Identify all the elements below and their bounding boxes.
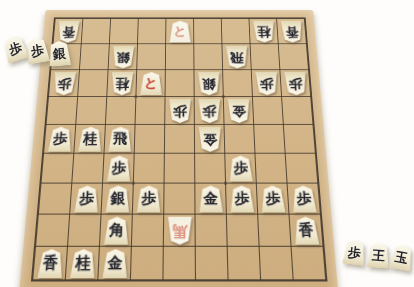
board-cell-3h[interactable] — [227, 215, 260, 247]
board-cell-1e[interactable] — [284, 125, 316, 154]
piece-kanji: 歩 — [30, 43, 45, 58]
board-cell-4a[interactable] — [194, 19, 222, 44]
piece-kanji: 歩 — [141, 191, 156, 205]
board-cell-2h[interactable] — [258, 215, 291, 247]
board-cell-2e[interactable] — [254, 125, 285, 154]
piece-kanji: 銀 — [110, 191, 125, 205]
board-cell-4h[interactable] — [196, 215, 228, 247]
gote-captured-piece-0[interactable]: 歩 — [1, 33, 30, 63]
piece-kanji: 桂 — [115, 78, 129, 91]
piece-kanji: 馬 — [172, 224, 187, 239]
piece-kanji: 歩 — [234, 161, 249, 175]
piece-kanji: 歩 — [57, 78, 71, 91]
piece-kanji: 玉 — [394, 250, 409, 265]
piece-kanji: 歩 — [173, 105, 187, 118]
board-cell-1f[interactable] — [286, 154, 319, 184]
piece-kanji: 香 — [43, 255, 59, 271]
board-cell-1b[interactable] — [279, 44, 309, 70]
piece-kanji: 香 — [298, 222, 314, 237]
piece-kanji: 金 — [204, 191, 219, 205]
sente-captured-piece-0[interactable]: 歩 — [342, 239, 368, 267]
piece-kanji: 金 — [203, 133, 217, 146]
piece-kanji: 歩 — [289, 78, 303, 91]
board-cell-5f[interactable] — [165, 154, 196, 184]
piece-kanji: 歩 — [234, 191, 249, 205]
sente-captured-piece-1[interactable]: 王 — [366, 242, 391, 269]
piece-kanji: 歩 — [53, 131, 68, 144]
board-cell-6f[interactable] — [134, 154, 165, 184]
board-cell-8a[interactable] — [82, 19, 111, 44]
board-cell-4i[interactable] — [196, 247, 229, 280]
board-cell-8h[interactable] — [68, 215, 102, 247]
board-cell-5e[interactable] — [165, 125, 195, 154]
piece-kanji: 歩 — [347, 245, 361, 259]
board-cell-9d[interactable] — [47, 97, 79, 125]
board-cell-6a[interactable] — [138, 19, 166, 44]
board-cell-4f[interactable] — [195, 154, 226, 184]
board-cell-3e[interactable] — [225, 125, 256, 154]
board-cell-5i[interactable] — [163, 247, 196, 280]
board-cell-2f[interactable] — [255, 154, 287, 184]
board-cell-8c[interactable] — [78, 70, 108, 97]
piece-kanji: 飛 — [230, 52, 244, 64]
board-cell-2d[interactable] — [253, 97, 284, 125]
piece-kanji: 金 — [232, 105, 246, 118]
board-cell-3i[interactable] — [228, 247, 261, 280]
board-cell-8b[interactable] — [80, 44, 110, 70]
piece-kanji: と — [174, 25, 187, 37]
board-cell-9g[interactable] — [39, 184, 72, 215]
piece-kanji: 桂 — [75, 255, 91, 271]
piece-kanji: と — [144, 76, 158, 89]
board-cell-2i[interactable] — [260, 247, 294, 280]
board-cell-5b[interactable] — [166, 44, 195, 70]
board-cell-3c[interactable] — [223, 70, 253, 97]
piece-kanji: 歩 — [203, 105, 217, 118]
board-cell-6d[interactable] — [136, 97, 166, 125]
board-cell-3a[interactable] — [222, 19, 251, 44]
piece-kanji: 歩 — [265, 191, 280, 205]
sente-captured-piece-2[interactable]: 玉 — [388, 243, 414, 272]
board-cell-9h[interactable] — [36, 215, 70, 247]
piece-kanji: 歩 — [112, 161, 127, 175]
piece-kanji: 香 — [285, 27, 299, 39]
board-cell-1d[interactable] — [282, 97, 313, 125]
board-cell-5g[interactable] — [164, 184, 195, 215]
piece-kanji: 歩 — [260, 78, 274, 91]
board-cell-6e[interactable] — [135, 125, 166, 154]
board-cell-8d[interactable] — [76, 97, 107, 125]
piece-kanji: 歩 — [7, 40, 23, 56]
piece-kanji: 桂 — [83, 131, 98, 144]
board-cell-6h[interactable] — [132, 215, 164, 247]
board-grid: 香と桂香銀飛歩桂と銀歩歩歩歩金歩桂飛金歩歩歩銀歩金歩歩歩角馬香香桂金 — [31, 17, 328, 281]
board-cell-4b[interactable] — [194, 44, 223, 70]
piece-kanji: 歩 — [296, 191, 312, 205]
board-cell-1i[interactable] — [292, 247, 327, 280]
piece-kanji: 桂 — [257, 27, 271, 39]
piece-kanji: 飛 — [113, 131, 127, 144]
board-cell-6i[interactable] — [131, 247, 164, 280]
piece-kanji: 銀 — [53, 47, 67, 61]
piece-kanji: 歩 — [79, 191, 94, 205]
piece-kanji: 金 — [107, 255, 123, 271]
board-cell-7a[interactable] — [110, 19, 139, 44]
piece-kanji: 銀 — [116, 52, 130, 64]
board-cell-6b[interactable] — [137, 44, 166, 70]
board-cell-5c[interactable] — [166, 70, 195, 97]
hoshi-dot — [222, 95, 225, 98]
board-cell-7d[interactable] — [106, 97, 136, 125]
hoshi-dot — [224, 182, 227, 185]
board-cell-9f[interactable] — [42, 154, 75, 184]
piece-kanji: 銀 — [202, 78, 216, 91]
board-cell-2b[interactable] — [251, 44, 281, 70]
piece-kanji: 角 — [109, 222, 124, 237]
board-cell-8f[interactable] — [72, 154, 104, 184]
piece-kanji: 香 — [61, 27, 75, 39]
piece-kanji: 王 — [372, 249, 386, 263]
